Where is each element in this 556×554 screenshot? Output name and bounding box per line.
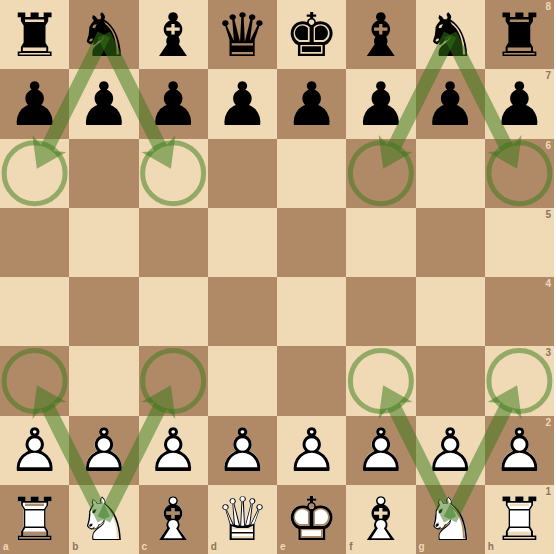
square-g5[interactable] [416, 208, 485, 277]
coordinate-rank-4: 4 [545, 279, 551, 289]
piece-black-queen[interactable]: ♛ [208, 0, 277, 69]
square-b7[interactable]: ♟ [69, 69, 138, 138]
piece-white-pawn[interactable]: ♟♙ [208, 416, 277, 485]
piece-white-bishop[interactable]: ♝♗ [346, 485, 415, 554]
piece-outline-layer: ♕ [215, 484, 269, 554]
square-b3[interactable] [69, 346, 138, 415]
square-c3[interactable] [139, 346, 208, 415]
piece-white-pawn[interactable]: ♟♙ [346, 416, 415, 485]
coordinate-rank-3: 3 [545, 348, 551, 358]
square-b4[interactable] [69, 277, 138, 346]
piece-outline-layer: ♖ [492, 484, 546, 554]
square-b1[interactable]: ♞♘b [69, 485, 138, 554]
piece-black-pawn[interactable]: ♟ [485, 69, 554, 138]
piece-outline-layer: ♘ [423, 484, 477, 554]
square-c6[interactable] [139, 139, 208, 208]
piece-outline-layer: ♙ [8, 415, 62, 485]
piece-outline-layer: ♙ [77, 415, 131, 485]
white-piece-glyph: ♟♙ [146, 420, 200, 480]
piece-outline-layer: ♔ [285, 484, 339, 554]
piece-outline-layer: ♙ [423, 415, 477, 485]
white-piece-glyph: ♟♙ [8, 420, 62, 480]
piece-white-rook[interactable]: ♜♖ [485, 485, 554, 554]
square-f5[interactable] [346, 208, 415, 277]
piece-white-pawn[interactable]: ♟♙ [69, 416, 138, 485]
square-a6[interactable] [0, 139, 69, 208]
piece-white-bishop[interactable]: ♝♗ [139, 485, 208, 554]
piece-black-bishop[interactable]: ♝ [139, 0, 208, 69]
square-b5[interactable] [69, 208, 138, 277]
piece-white-knight[interactable]: ♞♘ [69, 485, 138, 554]
coordinate-rank-6: 6 [545, 141, 551, 151]
piece-outline-layer: ♙ [354, 415, 408, 485]
square-c2[interactable]: ♟♙ [139, 416, 208, 485]
square-d5[interactable] [208, 208, 277, 277]
white-piece-glyph: ♟♙ [423, 420, 477, 480]
piece-black-pawn[interactable]: ♟ [69, 69, 138, 138]
square-e6[interactable] [277, 139, 346, 208]
square-h6[interactable]: 6 [485, 139, 554, 208]
square-h2[interactable]: ♟♙2 [485, 416, 554, 485]
square-f4[interactable] [346, 277, 415, 346]
piece-black-king[interactable]: ♚ [277, 0, 346, 69]
square-b2[interactable]: ♟♙ [69, 416, 138, 485]
square-b6[interactable] [69, 139, 138, 208]
square-d4[interactable] [208, 277, 277, 346]
square-d6[interactable] [208, 139, 277, 208]
square-f6[interactable] [346, 139, 415, 208]
piece-white-pawn[interactable]: ♟♙ [416, 416, 485, 485]
white-piece-glyph: ♟♙ [285, 420, 339, 480]
piece-black-bishop[interactable]: ♝ [346, 0, 415, 69]
piece-white-queen[interactable]: ♛♕ [208, 485, 277, 554]
square-c1[interactable]: ♝♗c [139, 485, 208, 554]
piece-white-king[interactable]: ♚♔ [277, 485, 346, 554]
white-piece-glyph: ♜♖ [492, 489, 546, 549]
white-piece-glyph: ♞♘ [423, 489, 477, 549]
white-piece-glyph: ♜♖ [8, 489, 62, 549]
piece-black-pawn[interactable]: ♟ [346, 69, 415, 138]
square-d3[interactable] [208, 346, 277, 415]
square-h3[interactable]: 3 [485, 346, 554, 415]
square-d7[interactable]: ♟ [208, 69, 277, 138]
square-d8[interactable]: ♛ [208, 0, 277, 69]
square-f8[interactable]: ♝ [346, 0, 415, 69]
piece-white-pawn[interactable]: ♟♙ [485, 416, 554, 485]
square-g2[interactable]: ♟♙ [416, 416, 485, 485]
white-piece-glyph: ♛♕ [215, 489, 269, 549]
page: { "game": "chess", "description": "Stand… [0, 0, 556, 554]
square-e7[interactable]: ♟ [277, 69, 346, 138]
square-a4[interactable] [0, 277, 69, 346]
piece-outline-layer: ♙ [492, 415, 546, 485]
white-piece-glyph: ♟♙ [354, 420, 408, 480]
square-f3[interactable] [346, 346, 415, 415]
square-f1[interactable]: ♝♗f [346, 485, 415, 554]
coordinate-rank-5: 5 [545, 210, 551, 220]
piece-outline-layer: ♗ [354, 484, 408, 554]
square-a2[interactable]: ♟♙ [0, 416, 69, 485]
square-d1[interactable]: ♛♕d [208, 485, 277, 554]
square-h7[interactable]: ♟7 [485, 69, 554, 138]
white-piece-glyph: ♟♙ [492, 420, 546, 480]
piece-white-pawn[interactable]: ♟♙ [277, 416, 346, 485]
square-a8[interactable]: ♜ [0, 0, 69, 69]
piece-outline-layer: ♖ [8, 484, 62, 554]
white-piece-glyph: ♝♗ [146, 489, 200, 549]
piece-outline-layer: ♙ [215, 415, 269, 485]
square-g7[interactable]: ♟ [416, 69, 485, 138]
white-piece-glyph: ♟♙ [77, 420, 131, 480]
piece-black-rook[interactable]: ♜ [0, 0, 69, 69]
piece-white-pawn[interactable]: ♟♙ [139, 416, 208, 485]
square-h1[interactable]: ♜♖1h [485, 485, 554, 554]
piece-outline-layer: ♙ [146, 415, 200, 485]
piece-black-pawn[interactable]: ♟ [139, 69, 208, 138]
piece-white-rook[interactable]: ♜♖ [0, 485, 69, 554]
square-c7[interactable]: ♟ [139, 69, 208, 138]
white-piece-glyph: ♝♗ [354, 489, 408, 549]
square-c5[interactable] [139, 208, 208, 277]
square-f7[interactable]: ♟ [346, 69, 415, 138]
piece-outline-layer: ♙ [285, 415, 339, 485]
piece-outline-layer: ♘ [77, 484, 131, 554]
square-e5[interactable] [277, 208, 346, 277]
square-d2[interactable]: ♟♙ [208, 416, 277, 485]
piece-outline-layer: ♗ [146, 484, 200, 554]
square-e2[interactable]: ♟♙ [277, 416, 346, 485]
piece-white-pawn[interactable]: ♟♙ [0, 416, 69, 485]
white-piece-glyph: ♚♔ [285, 489, 339, 549]
square-e1[interactable]: ♚♔e [277, 485, 346, 554]
square-g1[interactable]: ♞♘g [416, 485, 485, 554]
square-e4[interactable] [277, 277, 346, 346]
piece-black-pawn[interactable]: ♟ [208, 69, 277, 138]
piece-black-rook[interactable]: ♜ [485, 0, 554, 69]
square-g6[interactable] [416, 139, 485, 208]
square-e3[interactable] [277, 346, 346, 415]
piece-black-pawn[interactable]: ♟ [0, 69, 69, 138]
square-a7[interactable]: ♟ [0, 69, 69, 138]
square-g3[interactable] [416, 346, 485, 415]
square-b8[interactable]: ♞ [69, 0, 138, 69]
chess-board: ♜♞♝♛♚♝♞♜8♟♟♟♟♟♟♟♟76543♟♙♟♙♟♙♟♙♟♙♟♙♟♙♟♙2♜… [0, 0, 554, 554]
piece-black-pawn[interactable]: ♟ [416, 69, 485, 138]
square-a1[interactable]: ♜♖a [0, 485, 69, 554]
square-e8[interactable]: ♚ [277, 0, 346, 69]
square-h5[interactable]: 5 [485, 208, 554, 277]
piece-white-knight[interactable]: ♞♘ [416, 485, 485, 554]
piece-black-knight[interactable]: ♞ [416, 0, 485, 69]
square-h4[interactable]: 4 [485, 277, 554, 346]
square-h8[interactable]: ♜8 [485, 0, 554, 69]
square-g8[interactable]: ♞ [416, 0, 485, 69]
square-a5[interactable] [0, 208, 69, 277]
square-g4[interactable] [416, 277, 485, 346]
piece-black-knight[interactable]: ♞ [69, 0, 138, 69]
square-c8[interactable]: ♝ [139, 0, 208, 69]
white-piece-glyph: ♞♘ [77, 489, 131, 549]
square-f2[interactable]: ♟♙ [346, 416, 415, 485]
square-c4[interactable] [139, 277, 208, 346]
white-piece-glyph: ♟♙ [215, 420, 269, 480]
square-a3[interactable] [0, 346, 69, 415]
piece-black-pawn[interactable]: ♟ [277, 69, 346, 138]
